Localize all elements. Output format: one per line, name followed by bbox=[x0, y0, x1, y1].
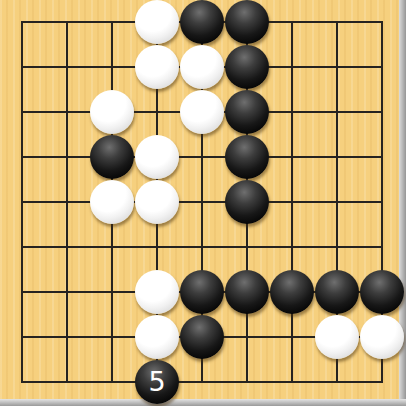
black-stone bbox=[225, 180, 269, 224]
intersection-4-3[interactable] bbox=[135, 90, 180, 135]
intersection-7-9[interactable] bbox=[270, 360, 315, 405]
intersection-8-7[interactable] bbox=[315, 270, 360, 315]
intersection-3-1[interactable] bbox=[90, 0, 135, 45]
intersection-5-1[interactable] bbox=[180, 0, 225, 45]
intersection-3-8[interactable] bbox=[90, 315, 135, 360]
intersection-6-5[interactable] bbox=[225, 180, 270, 225]
intersection-5-9[interactable] bbox=[180, 360, 225, 405]
white-stone bbox=[135, 0, 179, 44]
intersection-7-2[interactable] bbox=[270, 45, 315, 90]
go-board[interactable]: 5 bbox=[0, 0, 406, 406]
intersection-9-4[interactable] bbox=[360, 135, 405, 180]
intersection-7-8[interactable] bbox=[270, 315, 315, 360]
intersection-2-9[interactable] bbox=[45, 360, 90, 405]
intersection-3-5[interactable] bbox=[90, 180, 135, 225]
white-stone bbox=[315, 315, 359, 359]
intersection-1-8[interactable] bbox=[0, 315, 45, 360]
black-stone bbox=[225, 135, 269, 179]
intersection-8-8[interactable] bbox=[315, 315, 360, 360]
intersection-2-6[interactable] bbox=[45, 225, 90, 270]
intersection-1-9[interactable] bbox=[0, 360, 45, 405]
intersection-7-4[interactable] bbox=[270, 135, 315, 180]
intersection-3-6[interactable] bbox=[90, 225, 135, 270]
white-stone bbox=[180, 90, 224, 134]
intersection-8-2[interactable] bbox=[315, 45, 360, 90]
intersection-4-2[interactable] bbox=[135, 45, 180, 90]
black-stone bbox=[315, 270, 359, 314]
intersection-3-4[interactable] bbox=[90, 135, 135, 180]
intersection-1-6[interactable] bbox=[0, 225, 45, 270]
intersection-4-9[interactable]: 5 bbox=[135, 360, 180, 405]
move-number-label: 5 bbox=[148, 368, 165, 397]
white-stone bbox=[180, 45, 224, 89]
intersection-1-5[interactable] bbox=[0, 180, 45, 225]
black-stone bbox=[225, 270, 269, 314]
white-stone bbox=[90, 180, 134, 224]
black-stone: 5 bbox=[135, 360, 179, 404]
intersection-6-4[interactable] bbox=[225, 135, 270, 180]
intersection-5-8[interactable] bbox=[180, 315, 225, 360]
intersection-9-7[interactable] bbox=[360, 270, 405, 315]
intersection-6-7[interactable] bbox=[225, 270, 270, 315]
intersection-8-1[interactable] bbox=[315, 0, 360, 45]
intersection-1-3[interactable] bbox=[0, 90, 45, 135]
intersection-7-7[interactable] bbox=[270, 270, 315, 315]
intersection-2-5[interactable] bbox=[45, 180, 90, 225]
black-stone bbox=[90, 135, 134, 179]
intersection-2-1[interactable] bbox=[45, 0, 90, 45]
intersection-5-3[interactable] bbox=[180, 90, 225, 135]
intersection-2-8[interactable] bbox=[45, 315, 90, 360]
white-stone bbox=[135, 135, 179, 179]
black-stone bbox=[360, 270, 404, 314]
intersection-9-3[interactable] bbox=[360, 90, 405, 135]
intersection-7-6[interactable] bbox=[270, 225, 315, 270]
intersection-6-3[interactable] bbox=[225, 90, 270, 135]
intersection-3-9[interactable] bbox=[90, 360, 135, 405]
intersection-4-6[interactable] bbox=[135, 225, 180, 270]
intersection-5-2[interactable] bbox=[180, 45, 225, 90]
white-stone bbox=[90, 90, 134, 134]
intersection-5-6[interactable] bbox=[180, 225, 225, 270]
intersection-9-2[interactable] bbox=[360, 45, 405, 90]
black-stone bbox=[225, 90, 269, 134]
intersection-1-4[interactable] bbox=[0, 135, 45, 180]
intersection-3-3[interactable] bbox=[90, 90, 135, 135]
intersection-1-2[interactable] bbox=[0, 45, 45, 90]
intersection-2-2[interactable] bbox=[45, 45, 90, 90]
intersection-1-1[interactable] bbox=[0, 0, 45, 45]
intersection-1-7[interactable] bbox=[0, 270, 45, 315]
intersection-5-7[interactable] bbox=[180, 270, 225, 315]
intersection-7-1[interactable] bbox=[270, 0, 315, 45]
intersection-5-4[interactable] bbox=[180, 135, 225, 180]
black-stone bbox=[225, 0, 269, 44]
black-stone bbox=[270, 270, 314, 314]
intersection-9-6[interactable] bbox=[360, 225, 405, 270]
intersection-7-3[interactable] bbox=[270, 90, 315, 135]
intersection-9-9[interactable] bbox=[360, 360, 405, 405]
intersection-8-4[interactable] bbox=[315, 135, 360, 180]
black-stone bbox=[180, 315, 224, 359]
go-board-scene: 5 bbox=[0, 0, 406, 406]
intersection-9-5[interactable] bbox=[360, 180, 405, 225]
intersection-4-5[interactable] bbox=[135, 180, 180, 225]
black-stone bbox=[180, 0, 224, 44]
white-stone bbox=[360, 315, 404, 359]
intersection-9-1[interactable] bbox=[360, 0, 405, 45]
intersection-3-7[interactable] bbox=[90, 270, 135, 315]
intersection-6-2[interactable] bbox=[225, 45, 270, 90]
intersection-8-5[interactable] bbox=[315, 180, 360, 225]
intersection-8-9[interactable] bbox=[315, 360, 360, 405]
intersection-2-7[interactable] bbox=[45, 270, 90, 315]
black-stone bbox=[180, 270, 224, 314]
intersection-7-5[interactable] bbox=[270, 180, 315, 225]
white-stone bbox=[135, 270, 179, 314]
intersection-5-5[interactable] bbox=[180, 180, 225, 225]
intersection-9-8[interactable] bbox=[360, 315, 405, 360]
intersection-3-2[interactable] bbox=[90, 45, 135, 90]
black-stone bbox=[225, 45, 269, 89]
intersection-4-8[interactable] bbox=[135, 315, 180, 360]
intersection-2-3[interactable] bbox=[45, 90, 90, 135]
intersection-8-6[interactable] bbox=[315, 225, 360, 270]
intersection-4-1[interactable] bbox=[135, 0, 180, 45]
stones-layer: 5 bbox=[0, 0, 405, 405]
intersection-6-9[interactable] bbox=[225, 360, 270, 405]
intersection-4-7[interactable] bbox=[135, 270, 180, 315]
white-stone bbox=[135, 180, 179, 224]
white-stone bbox=[135, 315, 179, 359]
intersection-2-4[interactable] bbox=[45, 135, 90, 180]
white-stone bbox=[135, 45, 179, 89]
intersection-6-8[interactable] bbox=[225, 315, 270, 360]
intersection-6-1[interactable] bbox=[225, 0, 270, 45]
intersection-4-4[interactable] bbox=[135, 135, 180, 180]
intersection-6-6[interactable] bbox=[225, 225, 270, 270]
intersection-8-3[interactable] bbox=[315, 90, 360, 135]
